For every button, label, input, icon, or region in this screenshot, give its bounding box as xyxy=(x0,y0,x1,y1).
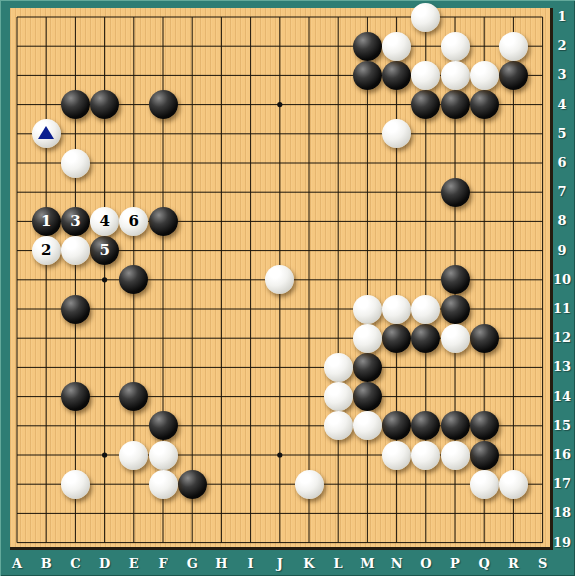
white-stone[interactable] xyxy=(295,470,324,499)
move-number-label: 3 xyxy=(70,214,80,229)
black-stone[interactable] xyxy=(353,32,382,61)
move-number-label: 1 xyxy=(41,214,51,229)
white-stone[interactable] xyxy=(324,382,353,411)
row-label-11: 11 xyxy=(551,301,573,317)
white-stone[interactable] xyxy=(149,470,178,499)
column-label-I: I xyxy=(241,556,261,572)
white-stone[interactable] xyxy=(353,295,382,324)
column-label-J: J xyxy=(270,556,290,572)
black-stone[interactable] xyxy=(353,382,382,411)
move-number-label: 2 xyxy=(41,243,51,258)
white-stone[interactable] xyxy=(353,411,382,440)
white-stone[interactable] xyxy=(441,324,470,353)
column-label-R: R xyxy=(503,556,523,572)
move-number-label: 6 xyxy=(129,214,139,229)
white-stone[interactable] xyxy=(411,61,440,90)
black-stone[interactable] xyxy=(382,324,411,353)
black-stone[interactable] xyxy=(441,90,470,119)
white-stone[interactable] xyxy=(411,3,440,32)
white-stone[interactable] xyxy=(32,119,61,148)
column-label-E: E xyxy=(124,556,144,572)
row-label-6: 6 xyxy=(551,155,573,171)
column-label-K: K xyxy=(299,556,319,572)
column-label-M: M xyxy=(357,556,377,572)
column-label-F: F xyxy=(153,556,173,572)
white-stone[interactable] xyxy=(353,324,382,353)
black-stone[interactable] xyxy=(90,90,119,119)
white-stone[interactable]: 2 xyxy=(32,236,61,265)
row-label-16: 16 xyxy=(551,447,573,463)
white-stone[interactable] xyxy=(441,61,470,90)
black-stone[interactable] xyxy=(149,90,178,119)
column-label-G: G xyxy=(182,556,202,572)
white-stone[interactable] xyxy=(470,61,499,90)
white-stone[interactable] xyxy=(470,470,499,499)
row-label-10: 10 xyxy=(551,272,573,288)
column-label-H: H xyxy=(211,556,231,572)
black-stone[interactable]: 3 xyxy=(61,207,90,236)
white-stone[interactable] xyxy=(382,32,411,61)
move-number-label: 4 xyxy=(99,214,109,229)
white-stone[interactable] xyxy=(441,32,470,61)
row-label-2: 2 xyxy=(551,38,573,54)
white-stone[interactable]: 6 xyxy=(119,207,148,236)
column-label-L: L xyxy=(328,556,348,572)
white-stone[interactable] xyxy=(441,441,470,470)
column-label-B: B xyxy=(36,556,56,572)
row-label-1: 1 xyxy=(551,9,573,25)
black-stone[interactable] xyxy=(441,178,470,207)
black-stone[interactable] xyxy=(470,411,499,440)
row-label-17: 17 xyxy=(551,476,573,492)
black-stone[interactable]: 5 xyxy=(90,236,119,265)
column-label-S: S xyxy=(533,556,553,572)
column-label-C: C xyxy=(65,556,85,572)
black-stone[interactable] xyxy=(353,61,382,90)
white-stone[interactable] xyxy=(61,236,90,265)
black-stone[interactable] xyxy=(353,353,382,382)
black-stone[interactable] xyxy=(470,324,499,353)
black-stone[interactable] xyxy=(382,61,411,90)
white-stone[interactable] xyxy=(382,295,411,324)
white-stone[interactable] xyxy=(499,470,528,499)
column-label-O: O xyxy=(416,556,436,572)
row-label-9: 9 xyxy=(551,243,573,259)
black-stone[interactable] xyxy=(470,90,499,119)
white-stone[interactable] xyxy=(61,149,90,178)
black-stone[interactable] xyxy=(61,382,90,411)
black-stone[interactable] xyxy=(61,295,90,324)
row-label-19: 19 xyxy=(551,535,573,551)
white-stone[interactable] xyxy=(149,441,178,470)
white-stone[interactable] xyxy=(324,353,353,382)
black-stone[interactable] xyxy=(178,470,207,499)
row-label-18: 18 xyxy=(551,505,573,521)
black-stone[interactable] xyxy=(470,441,499,470)
black-stone[interactable] xyxy=(61,90,90,119)
black-stone[interactable] xyxy=(411,324,440,353)
column-label-N: N xyxy=(387,556,407,572)
column-label-A: A xyxy=(7,556,27,572)
black-stone[interactable] xyxy=(499,61,528,90)
white-stone[interactable] xyxy=(61,470,90,499)
row-label-12: 12 xyxy=(551,330,573,346)
white-stone[interactable] xyxy=(499,32,528,61)
row-label-14: 14 xyxy=(551,389,573,405)
white-stone[interactable] xyxy=(324,411,353,440)
row-label-15: 15 xyxy=(551,418,573,434)
row-label-13: 13 xyxy=(551,359,573,375)
black-stone[interactable] xyxy=(149,207,178,236)
go-board: 135462 ABCDEFGHIJKLMNOPQRS 1234567891011… xyxy=(0,0,575,576)
move-number-label: 5 xyxy=(99,243,109,258)
row-label-4: 4 xyxy=(551,97,573,113)
row-label-8: 8 xyxy=(551,213,573,229)
row-label-7: 7 xyxy=(551,184,573,200)
column-label-D: D xyxy=(95,556,115,572)
black-stone[interactable] xyxy=(149,411,178,440)
black-stone[interactable] xyxy=(441,265,470,294)
column-label-Q: Q xyxy=(474,556,494,572)
row-label-5: 5 xyxy=(551,126,573,142)
column-label-P: P xyxy=(445,556,465,572)
white-stone[interactable] xyxy=(119,441,148,470)
row-label-3: 3 xyxy=(551,67,573,83)
white-stone[interactable] xyxy=(382,441,411,470)
black-stone[interactable] xyxy=(441,295,470,324)
white-stone[interactable] xyxy=(411,441,440,470)
black-stone[interactable] xyxy=(441,411,470,440)
white-stone[interactable] xyxy=(411,295,440,324)
triangle-mark-icon xyxy=(38,126,54,139)
black-stone[interactable]: 1 xyxy=(32,207,61,236)
white-stone[interactable]: 4 xyxy=(90,207,119,236)
